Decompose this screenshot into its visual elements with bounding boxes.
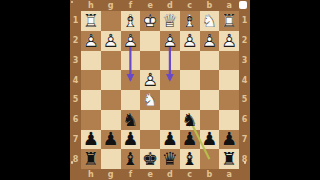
coord-label-file-c: c	[180, 169, 200, 180]
coord-label-file-d: d	[160, 0, 180, 11]
rank-labels-left: 12345678	[70, 11, 81, 169]
square-f2[interactable]	[121, 31, 141, 51]
coord-label-file-b: b	[200, 0, 220, 11]
coord-label-rank-7: 7	[70, 130, 81, 150]
square-d5[interactable]	[160, 90, 180, 110]
square-c8[interactable]	[180, 149, 200, 169]
square-f6[interactable]	[121, 110, 141, 130]
coord-label-file-e: e	[140, 169, 160, 180]
square-c7[interactable]	[180, 130, 200, 150]
square-a7[interactable]	[219, 130, 239, 150]
coord-label-file-g: g	[101, 169, 121, 180]
square-h1[interactable]	[81, 11, 101, 31]
coord-label-file-f: f	[121, 169, 141, 180]
square-e7[interactable]	[140, 130, 160, 150]
frame-dot-bottom-right	[244, 161, 247, 164]
coord-label-rank-1: 1	[239, 11, 250, 31]
square-a6[interactable]	[219, 110, 239, 130]
coord-label-rank-6: 6	[239, 110, 250, 130]
square-b8[interactable]	[200, 149, 220, 169]
coord-label-rank-4: 4	[70, 70, 81, 90]
square-a3[interactable]	[219, 51, 239, 71]
square-h7[interactable]	[81, 130, 101, 150]
coord-label-file-g: g	[101, 0, 121, 11]
square-d4[interactable]	[160, 70, 180, 90]
square-h3[interactable]	[81, 51, 101, 71]
square-a2[interactable]	[219, 31, 239, 51]
square-f5[interactable]	[121, 90, 141, 110]
file-labels-bottom: hgfedcba	[81, 169, 239, 180]
square-e4[interactable]	[140, 70, 160, 90]
square-e6[interactable]	[140, 110, 160, 130]
square-c2[interactable]	[180, 31, 200, 51]
square-g1[interactable]	[101, 11, 121, 31]
square-e1[interactable]	[140, 11, 160, 31]
square-b2[interactable]	[200, 31, 220, 51]
square-h6[interactable]	[81, 110, 101, 130]
square-a8[interactable]	[219, 149, 239, 169]
square-d8[interactable]	[160, 149, 180, 169]
coord-label-rank-8: 8	[239, 149, 250, 169]
square-f8[interactable]	[121, 149, 141, 169]
square-d7[interactable]	[160, 130, 180, 150]
square-h5[interactable]	[81, 90, 101, 110]
square-c1[interactable]	[180, 11, 200, 31]
square-f4[interactable]	[121, 70, 141, 90]
coord-label-rank-5: 5	[70, 90, 81, 110]
file-labels-top: hgfedcba	[81, 0, 239, 11]
square-b4[interactable]	[200, 70, 220, 90]
coord-label-file-d: d	[160, 169, 180, 180]
chess-board[interactable]: hgfedcba hgfedcba 12345678 12345678 ♜♝♛♚…	[70, 0, 250, 180]
coord-label-rank-3: 3	[70, 51, 81, 71]
coord-label-file-e: e	[140, 0, 160, 11]
coord-label-file-h: h	[81, 169, 101, 180]
square-e5[interactable]	[140, 90, 160, 110]
square-g5[interactable]	[101, 90, 121, 110]
square-e3[interactable]	[140, 51, 160, 71]
square-d6[interactable]	[160, 110, 180, 130]
square-h8[interactable]	[81, 149, 101, 169]
square-d3[interactable]	[160, 51, 180, 71]
coord-label-file-h: h	[81, 0, 101, 11]
square-f7[interactable]	[121, 130, 141, 150]
square-h2[interactable]	[81, 31, 101, 51]
square-b7[interactable]	[200, 130, 220, 150]
coord-label-file-b: b	[200, 169, 220, 180]
coord-label-rank-7: 7	[239, 130, 250, 150]
coord-label-file-c: c	[180, 0, 200, 11]
square-d1[interactable]	[160, 11, 180, 31]
square-f1[interactable]	[121, 11, 141, 31]
square-g3[interactable]	[101, 51, 121, 71]
square-a1[interactable]	[219, 11, 239, 31]
rank-labels-right: 12345678	[239, 11, 250, 169]
square-b3[interactable]	[200, 51, 220, 71]
square-g8[interactable]	[101, 149, 121, 169]
square-h4[interactable]	[81, 70, 101, 90]
coord-label-rank-4: 4	[239, 70, 250, 90]
coord-label-rank-5: 5	[239, 90, 250, 110]
square-a4[interactable]	[219, 70, 239, 90]
coord-label-rank-1: 1	[70, 11, 81, 31]
coord-label-rank-6: 6	[70, 110, 81, 130]
square-c4[interactable]	[180, 70, 200, 90]
video-frame: hgfedcba hgfedcba 12345678 12345678 ♜♝♛♚…	[0, 0, 320, 180]
square-b5[interactable]	[200, 90, 220, 110]
frame-dot-bottom-left	[71, 161, 74, 164]
square-b1[interactable]	[200, 11, 220, 31]
coord-label-rank-2: 2	[239, 31, 250, 51]
square-e8[interactable]	[140, 149, 160, 169]
square-g6[interactable]	[101, 110, 121, 130]
white-square-icon[interactable]	[239, 1, 247, 9]
square-g4[interactable]	[101, 70, 121, 90]
coord-label-rank-8: 8	[70, 149, 81, 169]
coord-label-rank-2: 2	[70, 31, 81, 51]
square-c3[interactable]	[180, 51, 200, 71]
coord-label-file-a: a	[219, 0, 239, 11]
square-b6[interactable]	[200, 110, 220, 130]
square-c6[interactable]	[180, 110, 200, 130]
frame-dot-top-left	[71, 1, 74, 4]
square-f3[interactable]	[121, 51, 141, 71]
coord-label-rank-3: 3	[239, 51, 250, 71]
square-d2[interactable]	[160, 31, 180, 51]
square-g7[interactable]	[101, 130, 121, 150]
coord-label-file-f: f	[121, 0, 141, 11]
square-e2[interactable]	[140, 31, 160, 51]
square-g2[interactable]	[101, 31, 121, 51]
square-a5[interactable]	[219, 90, 239, 110]
square-c5[interactable]	[180, 90, 200, 110]
coord-label-file-a: a	[219, 169, 239, 180]
board-squares[interactable]	[81, 11, 239, 169]
